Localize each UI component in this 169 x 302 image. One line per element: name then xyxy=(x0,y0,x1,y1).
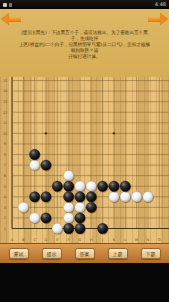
prev-problem-button[interactable]: 上题 xyxy=(108,248,128,259)
col-label-A: A xyxy=(11,238,14,242)
white-stone-E1 xyxy=(52,223,62,233)
problem-line-2: 上区(棋盘约)二个白子，但黑棋明显气紧(仅二口气)，怎样才能够顺利取胜？请 xyxy=(17,42,152,54)
notification-icon xyxy=(3,3,7,7)
col-label-D: D xyxy=(45,238,48,242)
white-stone-K4 xyxy=(109,192,119,202)
white-stone-B3 xyxy=(18,202,28,212)
row-label-8: 8 xyxy=(4,153,7,157)
row-label-11: 11 xyxy=(3,121,8,125)
status-icons xyxy=(3,3,12,7)
problem-line-3: 仔细打谱计算。 xyxy=(17,54,152,60)
star-point-K10 xyxy=(113,132,115,134)
nav-bar xyxy=(0,9,169,29)
col-label-M: M xyxy=(135,238,138,242)
hint-button[interactable]: 提示 xyxy=(42,248,62,259)
star-point-D10 xyxy=(45,132,47,134)
black-stone-F4 xyxy=(63,192,73,202)
col-label-H: H xyxy=(90,238,93,242)
forward-arrow-icon[interactable] xyxy=(148,17,160,22)
bottom-toolbar: 重试 提示 答案 上题 下题 xyxy=(0,243,169,263)
black-stone-D2 xyxy=(41,213,51,223)
retry-button[interactable]: 重试 xyxy=(9,248,29,259)
white-stone-G5 xyxy=(75,181,85,191)
row-label-10: 10 xyxy=(3,132,8,136)
col-label-G: G xyxy=(79,238,82,242)
row-label-12: 12 xyxy=(3,111,8,115)
white-stone-C7 xyxy=(29,160,39,170)
white-stone-L4 xyxy=(120,192,130,202)
black-stone-L5 xyxy=(120,181,130,191)
white-stone-M4 xyxy=(131,192,141,202)
col-label-E: E xyxy=(56,238,59,242)
board-stones xyxy=(18,149,154,234)
white-stone-H5 xyxy=(86,181,96,191)
row-label-7: 7 xyxy=(4,163,6,167)
black-stone-F1 xyxy=(63,223,73,233)
white-stone-F2 xyxy=(63,213,73,223)
app-screen: 4:48 [提示](黑先)：下边黑五个子，请设法救出。为了要救出五个黑子，先须吃… xyxy=(0,0,169,302)
white-stone-F3 xyxy=(63,202,73,212)
black-stone-H3 xyxy=(86,202,96,212)
white-stone-C2 xyxy=(29,213,39,223)
row-label-6: 6 xyxy=(4,174,7,178)
col-label-F: F xyxy=(68,238,70,242)
col-label-N: N xyxy=(147,238,150,242)
black-stone-G1 xyxy=(75,223,85,233)
row-label-2: 2 xyxy=(4,216,6,220)
black-stone-C4 xyxy=(29,192,39,202)
answer-button[interactable]: 答案 xyxy=(75,248,95,259)
black-stone-J1 xyxy=(97,223,107,233)
black-stone-K5 xyxy=(109,181,119,191)
black-stone-J5 xyxy=(97,181,107,191)
black-stone-G2 xyxy=(75,213,85,223)
clock-text: 4:48 xyxy=(155,2,166,7)
black-stone-E5 xyxy=(52,181,62,191)
problem-text: [提示](黑先)：下边黑五个子，请设法救出。为了要救出五个黑子，先须吃掉 上区(… xyxy=(0,30,169,59)
status-bar: 4:48 xyxy=(0,0,169,9)
col-label-C: C xyxy=(33,238,36,242)
col-label-O: O xyxy=(158,238,161,242)
white-stone-F6 xyxy=(63,170,73,180)
go-board[interactable]: 151413121110987654321ABCDEFGHJKLMNO xyxy=(0,77,169,243)
black-stone-H4 xyxy=(86,192,96,202)
black-stone-F5 xyxy=(63,181,73,191)
top-panel: [提示](黑先)：下边黑五个子，请设法救出。为了要救出五个黑子，先须吃掉 上区(… xyxy=(0,9,169,77)
row-label-13: 13 xyxy=(3,100,8,104)
white-stone-G3 xyxy=(75,202,85,212)
row-label-15: 15 xyxy=(3,79,8,83)
bottom-black-area xyxy=(0,263,169,302)
black-stone-G4 xyxy=(75,192,85,202)
row-label-1: 1 xyxy=(4,227,6,231)
white-stone-N4 xyxy=(143,192,153,202)
back-arrow-icon[interactable] xyxy=(9,17,21,22)
problem-line-1: [提示](黑先)：下边黑五个子，请设法救出。为了要救出五个黑子，先须吃掉 xyxy=(17,30,152,42)
black-stone-D7 xyxy=(41,160,51,170)
row-label-14: 14 xyxy=(3,89,8,93)
col-label-K: K xyxy=(113,238,116,242)
row-label-4: 4 xyxy=(4,195,7,199)
black-stone-D4 xyxy=(41,192,51,202)
signal-icon xyxy=(9,3,12,7)
col-label-L: L xyxy=(124,238,126,242)
row-label-9: 9 xyxy=(4,142,7,146)
row-label-3: 3 xyxy=(4,206,6,210)
row-label-5: 5 xyxy=(4,185,6,189)
col-label-J: J xyxy=(101,238,103,242)
black-stone-C8 xyxy=(29,149,39,159)
next-problem-button[interactable]: 下题 xyxy=(141,248,161,259)
col-label-B: B xyxy=(22,238,25,242)
go-board-svg[interactable]: 151413121110987654321ABCDEFGHJKLMNO xyxy=(0,77,169,243)
